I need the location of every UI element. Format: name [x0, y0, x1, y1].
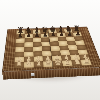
piece-white-rook: ♜ [83, 57, 90, 65]
square-a1[interactable]: ♜ [14, 62, 24, 68]
piece-white-bishop: ♝ [35, 59, 43, 67]
piece-black-pawn: ♟ [18, 32, 23, 38]
product-photo: ♜♞♝♛♚♝♞♜♟♟♟♟♟♟♟♟♟♟♟♟♟♟♟♟♜♞♝♛♚♝♞♜ [0, 0, 100, 100]
piece-white-rook: ♜ [15, 59, 23, 67]
square-f1[interactable]: ♝ [62, 60, 73, 66]
piece-white-king: ♚ [54, 58, 62, 66]
piece-black-pawn: ♟ [51, 31, 56, 37]
square-g1[interactable]: ♞ [71, 60, 82, 66]
box-top-face: ♜♞♝♛♚♝♞♜♟♟♟♟♟♟♟♟♟♟♟♟♟♟♟♟♜♞♝♛♚♝♞♜ [2, 27, 100, 72]
piece-white-bishop: ♝ [64, 57, 71, 65]
piece-white-queen: ♛ [45, 58, 53, 66]
piece-black-pawn: ♟ [43, 32, 48, 38]
square-h1[interactable]: ♜ [81, 60, 92, 66]
piece-black-pawn: ♟ [34, 32, 39, 38]
square-c1[interactable]: ♝ [34, 61, 44, 67]
folding-chess-box: ♜♞♝♛♚♝♞♜♟♟♟♟♟♟♟♟♟♟♟♟♟♟♟♟♜♞♝♛♚♝♞♜ [2, 27, 100, 72]
square-b1[interactable]: ♞ [24, 62, 34, 68]
photo-scene: ♜♞♝♛♚♝♞♜♟♟♟♟♟♟♟♟♟♟♟♟♟♟♟♟♜♞♝♛♚♝♞♜ [0, 0, 100, 100]
piece-black-pawn: ♟ [26, 32, 31, 38]
chess-board: ♜♞♝♛♚♝♞♜♟♟♟♟♟♟♟♟♟♟♟♟♟♟♟♟♜♞♝♛♚♝♞♜ [14, 28, 92, 68]
square-d1[interactable]: ♛ [43, 61, 53, 67]
piece-black-pawn: ♟ [59, 31, 64, 37]
piece-black-pawn: ♟ [67, 31, 72, 37]
piece-white-knight: ♞ [25, 59, 33, 67]
clasp-latch-icon [31, 73, 35, 77]
square-e1[interactable]: ♚ [52, 61, 62, 67]
piece-white-knight: ♞ [74, 57, 81, 65]
piece-black-pawn: ♟ [75, 31, 80, 37]
